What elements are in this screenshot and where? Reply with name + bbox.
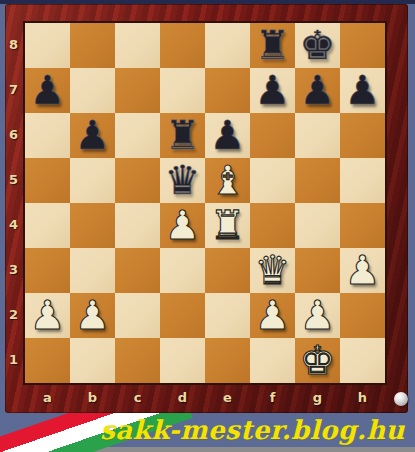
file-label-h: h (340, 390, 385, 406)
square-h4[interactable] (340, 203, 385, 248)
square-d1[interactable] (160, 338, 205, 383)
square-g5[interactable] (295, 158, 340, 203)
rank-label-3: 3 (4, 261, 23, 279)
square-e6[interactable]: ♟ (205, 113, 250, 158)
white-pawn[interactable]: ♟ (75, 293, 111, 338)
square-e2[interactable] (205, 293, 250, 338)
site-caption: sakk-mester.blog.hu (100, 414, 405, 448)
square-a1[interactable] (25, 338, 70, 383)
square-f7[interactable]: ♟ (250, 68, 295, 113)
black-king[interactable]: ♚ (300, 23, 336, 68)
square-g2[interactable]: ♟ (295, 293, 340, 338)
chess-board[interactable]: ♜♚♟♟♟♟♟♜♟♛♝♟♜♛♟♟♟♟♟♚ (23, 21, 387, 385)
square-a5[interactable] (25, 158, 70, 203)
square-e1[interactable] (205, 338, 250, 383)
square-h5[interactable] (340, 158, 385, 203)
square-c4[interactable] (115, 203, 160, 248)
square-c2[interactable] (115, 293, 160, 338)
file-label-b: b (70, 390, 115, 406)
square-e7[interactable] (205, 68, 250, 113)
white-king[interactable]: ♚ (300, 338, 336, 383)
square-h6[interactable] (340, 113, 385, 158)
square-b5[interactable] (70, 158, 115, 203)
white-queen[interactable]: ♛ (255, 248, 291, 293)
square-f8[interactable]: ♜ (250, 23, 295, 68)
square-a6[interactable] (25, 113, 70, 158)
white-bishop[interactable]: ♝ (210, 158, 246, 203)
rank-label-7: 7 (4, 81, 23, 99)
white-rook[interactable]: ♜ (210, 203, 246, 248)
square-h2[interactable] (340, 293, 385, 338)
square-h7[interactable]: ♟ (340, 68, 385, 113)
chess-diagram: ♜♚♟♟♟♟♟♜♟♛♝♟♜♛♟♟♟♟♟♚ 87654321abcdefgh sa… (0, 0, 415, 452)
white-pawn[interactable]: ♟ (165, 203, 201, 248)
square-e4[interactable]: ♜ (205, 203, 250, 248)
rank-label-6: 6 (4, 126, 23, 144)
square-c5[interactable] (115, 158, 160, 203)
black-pawn[interactable]: ♟ (255, 68, 291, 113)
black-queen[interactable]: ♛ (165, 158, 201, 203)
square-h3[interactable]: ♟ (340, 248, 385, 293)
file-label-d: d (160, 390, 205, 406)
square-d3[interactable] (160, 248, 205, 293)
square-g7[interactable]: ♟ (295, 68, 340, 113)
file-label-a: a (25, 390, 70, 406)
square-h8[interactable] (340, 23, 385, 68)
square-d7[interactable] (160, 68, 205, 113)
square-a7[interactable]: ♟ (25, 68, 70, 113)
square-f2[interactable]: ♟ (250, 293, 295, 338)
square-e8[interactable] (205, 23, 250, 68)
square-b4[interactable] (70, 203, 115, 248)
white-pawn[interactable]: ♟ (300, 293, 336, 338)
square-g3[interactable] (295, 248, 340, 293)
rank-label-2: 2 (4, 306, 23, 324)
file-label-g: g (295, 390, 340, 406)
sphere-marker-icon (394, 392, 408, 406)
square-b3[interactable] (70, 248, 115, 293)
square-b2[interactable]: ♟ (70, 293, 115, 338)
black-rook[interactable]: ♜ (165, 113, 201, 158)
square-b7[interactable] (70, 68, 115, 113)
square-d4[interactable]: ♟ (160, 203, 205, 248)
rank-label-1: 1 (4, 351, 23, 369)
rank-label-8: 8 (4, 36, 23, 54)
square-a8[interactable] (25, 23, 70, 68)
square-c1[interactable] (115, 338, 160, 383)
file-label-f: f (250, 390, 295, 406)
square-d8[interactable] (160, 23, 205, 68)
square-f4[interactable] (250, 203, 295, 248)
square-c7[interactable] (115, 68, 160, 113)
top-border-strip (0, 0, 415, 4)
square-c8[interactable] (115, 23, 160, 68)
square-g4[interactable] (295, 203, 340, 248)
square-g8[interactable]: ♚ (295, 23, 340, 68)
square-d5[interactable]: ♛ (160, 158, 205, 203)
black-pawn[interactable]: ♟ (300, 68, 336, 113)
square-f6[interactable] (250, 113, 295, 158)
square-h1[interactable] (340, 338, 385, 383)
square-c3[interactable] (115, 248, 160, 293)
square-f3[interactable]: ♛ (250, 248, 295, 293)
black-pawn[interactable]: ♟ (210, 113, 246, 158)
black-rook[interactable]: ♜ (255, 23, 291, 68)
rank-label-5: 5 (4, 171, 23, 189)
square-d2[interactable] (160, 293, 205, 338)
square-g1[interactable]: ♚ (295, 338, 340, 383)
square-f5[interactable] (250, 158, 295, 203)
rank-label-4: 4 (4, 216, 23, 234)
white-pawn[interactable]: ♟ (30, 293, 66, 338)
square-b8[interactable] (70, 23, 115, 68)
square-g6[interactable] (295, 113, 340, 158)
black-pawn[interactable]: ♟ (30, 68, 66, 113)
square-a4[interactable] (25, 203, 70, 248)
square-b6[interactable]: ♟ (70, 113, 115, 158)
file-label-e: e (205, 390, 250, 406)
black-pawn[interactable]: ♟ (345, 68, 381, 113)
square-a2[interactable]: ♟ (25, 293, 70, 338)
square-c6[interactable] (115, 113, 160, 158)
square-b1[interactable] (70, 338, 115, 383)
white-pawn[interactable]: ♟ (345, 248, 381, 293)
square-f1[interactable] (250, 338, 295, 383)
square-a3[interactable] (25, 248, 70, 293)
square-e5[interactable]: ♝ (205, 158, 250, 203)
square-d6[interactable]: ♜ (160, 113, 205, 158)
white-pawn[interactable]: ♟ (255, 293, 291, 338)
square-e3[interactable] (205, 248, 250, 293)
black-pawn[interactable]: ♟ (75, 113, 111, 158)
file-label-c: c (115, 390, 160, 406)
